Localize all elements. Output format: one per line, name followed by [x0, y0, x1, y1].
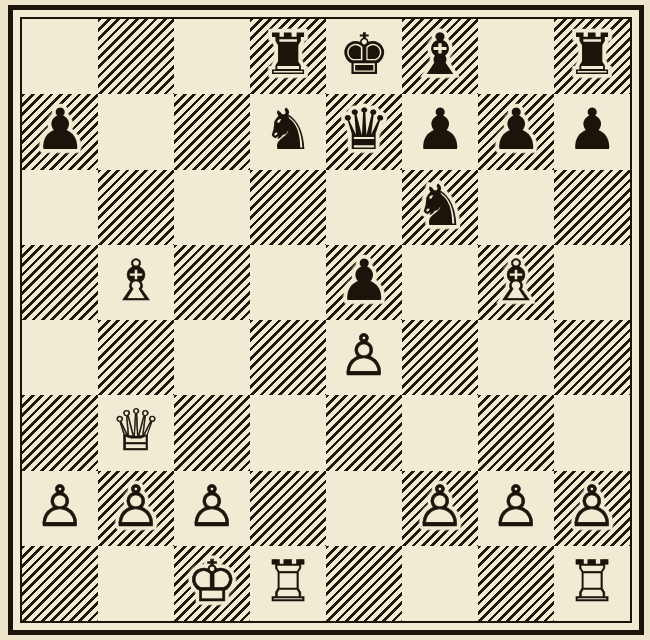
black-knight-glyph: ♞: [250, 94, 326, 169]
piece-white-queen-b3[interactable]: ♛♕: [98, 395, 174, 470]
chess-board: ♜♜♚♚♝♝♜♜♟♟♞♞♛♛♟♟♟♟♟♟♞♞♝♗♟♟♝♗♟♙♛♕♟♙♟♙♟♙♟♙…: [22, 19, 630, 621]
square-e8[interactable]: ♚♚: [326, 19, 402, 94]
white-rook-glyph: ♖: [250, 546, 326, 621]
piece-black-pawn-f7[interactable]: ♟♟: [402, 94, 478, 169]
square-g8[interactable]: [478, 19, 554, 94]
square-b5[interactable]: ♝♗: [98, 245, 174, 320]
white-pawn-glyph: ♙: [22, 471, 98, 546]
square-c5[interactable]: [174, 245, 250, 320]
piece-white-bishop-g5[interactable]: ♝♗: [478, 245, 554, 320]
square-f3[interactable]: [402, 395, 478, 470]
square-a6[interactable]: [22, 170, 98, 245]
square-d8[interactable]: ♜♜: [250, 19, 326, 94]
square-h1[interactable]: ♜♖: [554, 546, 630, 621]
square-b6[interactable]: [98, 170, 174, 245]
square-e4[interactable]: ♟♙: [326, 320, 402, 395]
square-b7[interactable]: [98, 94, 174, 169]
square-c1[interactable]: ♚♔: [174, 546, 250, 621]
piece-black-pawn-e5[interactable]: ♟♟: [326, 245, 402, 320]
square-c8[interactable]: [174, 19, 250, 94]
square-e5[interactable]: ♟♟: [326, 245, 402, 320]
piece-white-pawn-b2[interactable]: ♟♙: [98, 471, 174, 546]
square-c4[interactable]: [174, 320, 250, 395]
white-pawn-glyph: ♙: [98, 471, 174, 546]
white-rook-glyph: ♖: [554, 546, 630, 621]
black-rook-glyph: ♜: [554, 19, 630, 94]
piece-white-pawn-c2[interactable]: ♟♙: [174, 471, 250, 546]
square-b3[interactable]: ♛♕: [98, 395, 174, 470]
square-g2[interactable]: ♟♙: [478, 471, 554, 546]
piece-black-queen-e7[interactable]: ♛♛: [326, 94, 402, 169]
square-a8[interactable]: [22, 19, 98, 94]
piece-black-bishop-f8[interactable]: ♝♝: [402, 19, 478, 94]
square-f7[interactable]: ♟♟: [402, 94, 478, 169]
square-a5[interactable]: [22, 245, 98, 320]
square-f8[interactable]: ♝♝: [402, 19, 478, 94]
square-f2[interactable]: ♟♙: [402, 471, 478, 546]
white-pawn-glyph: ♙: [326, 320, 402, 395]
square-b2[interactable]: ♟♙: [98, 471, 174, 546]
piece-white-king-c1[interactable]: ♚♔: [174, 546, 250, 621]
white-queen-glyph: ♕: [98, 395, 174, 470]
square-f4[interactable]: [402, 320, 478, 395]
black-bishop-glyph: ♝: [402, 19, 478, 94]
square-f5[interactable]: [402, 245, 478, 320]
piece-white-rook-d1[interactable]: ♜♖: [250, 546, 326, 621]
square-h7[interactable]: ♟♟: [554, 94, 630, 169]
square-h5[interactable]: [554, 245, 630, 320]
square-h2[interactable]: ♟♙: [554, 471, 630, 546]
square-d4[interactable]: [250, 320, 326, 395]
square-d1[interactable]: ♜♖: [250, 546, 326, 621]
square-h3[interactable]: [554, 395, 630, 470]
square-c6[interactable]: [174, 170, 250, 245]
white-pawn-glyph: ♙: [478, 471, 554, 546]
square-e1[interactable]: [326, 546, 402, 621]
square-e6[interactable]: [326, 170, 402, 245]
square-g3[interactable]: [478, 395, 554, 470]
piece-black-knight-d7[interactable]: ♞♞: [250, 94, 326, 169]
piece-white-bishop-b5[interactable]: ♝♗: [98, 245, 174, 320]
square-d5[interactable]: [250, 245, 326, 320]
piece-black-pawn-g7[interactable]: ♟♟: [478, 94, 554, 169]
square-f1[interactable]: [402, 546, 478, 621]
square-h8[interactable]: ♜♜: [554, 19, 630, 94]
square-c7[interactable]: [174, 94, 250, 169]
black-pawn-glyph: ♟: [22, 94, 98, 169]
black-rook-glyph: ♜: [250, 19, 326, 94]
board-inner-border: ♜♜♚♚♝♝♜♜♟♟♞♞♛♛♟♟♟♟♟♟♞♞♝♗♟♟♝♗♟♙♛♕♟♙♟♙♟♙♟♙…: [20, 17, 632, 623]
square-g5[interactable]: ♝♗: [478, 245, 554, 320]
piece-white-pawn-g2[interactable]: ♟♙: [478, 471, 554, 546]
square-g1[interactable]: [478, 546, 554, 621]
white-bishop-glyph: ♗: [98, 245, 174, 320]
piece-white-pawn-a2[interactable]: ♟♙: [22, 471, 98, 546]
piece-black-knight-f6[interactable]: ♞♞: [402, 170, 478, 245]
piece-black-rook-d8[interactable]: ♜♜: [250, 19, 326, 94]
black-king-glyph: ♚: [326, 19, 402, 94]
white-king-glyph: ♔: [174, 546, 250, 621]
piece-white-pawn-e4[interactable]: ♟♙: [326, 320, 402, 395]
square-b1[interactable]: [98, 546, 174, 621]
black-pawn-glyph: ♟: [554, 94, 630, 169]
square-e7[interactable]: ♛♛: [326, 94, 402, 169]
square-h4[interactable]: [554, 320, 630, 395]
black-queen-glyph: ♛: [326, 94, 402, 169]
square-d6[interactable]: [250, 170, 326, 245]
black-pawn-glyph: ♟: [326, 245, 402, 320]
piece-black-pawn-a7[interactable]: ♟♟: [22, 94, 98, 169]
white-bishop-glyph: ♗: [478, 245, 554, 320]
square-c3[interactable]: [174, 395, 250, 470]
white-pawn-glyph: ♙: [554, 471, 630, 546]
square-a7[interactable]: ♟♟: [22, 94, 98, 169]
black-pawn-glyph: ♟: [402, 94, 478, 169]
square-b8[interactable]: [98, 19, 174, 94]
board-outer-frame: ♜♜♚♚♝♝♜♜♟♟♞♞♛♛♟♟♟♟♟♟♞♞♝♗♟♟♝♗♟♙♛♕♟♙♟♙♟♙♟♙…: [8, 5, 644, 635]
square-g7[interactable]: ♟♟: [478, 94, 554, 169]
square-d3[interactable]: [250, 395, 326, 470]
square-a1[interactable]: [22, 546, 98, 621]
square-f6[interactable]: ♞♞: [402, 170, 478, 245]
square-g6[interactable]: [478, 170, 554, 245]
square-d2[interactable]: [250, 471, 326, 546]
piece-black-pawn-h7[interactable]: ♟♟: [554, 94, 630, 169]
piece-white-pawn-f2[interactable]: ♟♙: [402, 471, 478, 546]
white-pawn-glyph: ♙: [402, 471, 478, 546]
piece-black-king-e8[interactable]: ♚♚: [326, 19, 402, 94]
square-a3[interactable]: [22, 395, 98, 470]
square-h6[interactable]: [554, 170, 630, 245]
square-e2[interactable]: [326, 471, 402, 546]
white-pawn-glyph: ♙: [174, 471, 250, 546]
square-g4[interactable]: [478, 320, 554, 395]
square-c2[interactable]: ♟♙: [174, 471, 250, 546]
square-a2[interactable]: ♟♙: [22, 471, 98, 546]
square-a4[interactable]: [22, 320, 98, 395]
black-knight-glyph: ♞: [402, 170, 478, 245]
piece-black-rook-h8[interactable]: ♜♜: [554, 19, 630, 94]
black-pawn-glyph: ♟: [478, 94, 554, 169]
piece-white-pawn-h2[interactable]: ♟♙: [554, 471, 630, 546]
square-d7[interactable]: ♞♞: [250, 94, 326, 169]
square-b4[interactable]: [98, 320, 174, 395]
piece-white-rook-h1[interactable]: ♜♖: [554, 546, 630, 621]
square-e3[interactable]: [326, 395, 402, 470]
